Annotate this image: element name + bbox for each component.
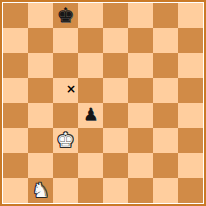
square-b1[interactable]: ♞ (28, 178, 53, 203)
square-b2[interactable] (28, 153, 53, 178)
square-g8[interactable] (153, 3, 178, 28)
square-g3[interactable] (153, 128, 178, 153)
square-g1[interactable] (153, 178, 178, 203)
square-h7[interactable] (178, 28, 203, 53)
square-d2[interactable] (78, 153, 103, 178)
square-g4[interactable] (153, 103, 178, 128)
square-e8[interactable] (103, 3, 128, 28)
chess-board: ♚♟♚♞ (2, 2, 204, 204)
white-king[interactable]: ♚ (57, 130, 75, 150)
square-c5[interactable] (53, 78, 78, 103)
square-e2[interactable] (103, 153, 128, 178)
square-e4[interactable] (103, 103, 128, 128)
square-c7[interactable] (53, 28, 78, 53)
square-f7[interactable] (128, 28, 153, 53)
square-d7[interactable] (78, 28, 103, 53)
square-a5[interactable] (3, 78, 28, 103)
square-a4[interactable] (3, 103, 28, 128)
square-b6[interactable] (28, 53, 53, 78)
square-f4[interactable] (128, 103, 153, 128)
square-d3[interactable] (78, 128, 103, 153)
square-e3[interactable] (103, 128, 128, 153)
square-h6[interactable] (178, 53, 203, 78)
square-f2[interactable] (128, 153, 153, 178)
square-a2[interactable] (3, 153, 28, 178)
square-a6[interactable] (3, 53, 28, 78)
square-a1[interactable] (3, 178, 28, 203)
square-c6[interactable] (53, 53, 78, 78)
black-pawn[interactable]: ♟ (83, 106, 98, 123)
square-h4[interactable] (178, 103, 203, 128)
square-f1[interactable] (128, 178, 153, 203)
square-c3[interactable]: ♚ (53, 128, 78, 153)
square-g7[interactable] (153, 28, 178, 53)
square-h3[interactable] (178, 128, 203, 153)
square-c1[interactable] (53, 178, 78, 203)
square-d1[interactable] (78, 178, 103, 203)
square-a7[interactable] (3, 28, 28, 53)
square-g6[interactable] (153, 53, 178, 78)
square-f5[interactable] (128, 78, 153, 103)
square-a8[interactable] (3, 3, 28, 28)
square-h8[interactable] (178, 3, 203, 28)
square-b4[interactable] (28, 103, 53, 128)
square-e5[interactable] (103, 78, 128, 103)
square-b3[interactable] (28, 128, 53, 153)
white-knight[interactable]: ♞ (32, 180, 50, 200)
square-f8[interactable] (128, 3, 153, 28)
square-f3[interactable] (128, 128, 153, 153)
square-a3[interactable] (3, 128, 28, 153)
square-c2[interactable] (53, 153, 78, 178)
square-e1[interactable] (103, 178, 128, 203)
square-b8[interactable] (28, 3, 53, 28)
square-g5[interactable] (153, 78, 178, 103)
square-e6[interactable] (103, 53, 128, 78)
square-b5[interactable] (28, 78, 53, 103)
square-h1[interactable] (178, 178, 203, 203)
square-h5[interactable] (178, 78, 203, 103)
square-c8[interactable]: ♚ (53, 3, 78, 28)
square-d8[interactable] (78, 3, 103, 28)
square-d5[interactable] (78, 78, 103, 103)
square-d4[interactable]: ♟ (78, 103, 103, 128)
square-f6[interactable] (128, 53, 153, 78)
square-b7[interactable] (28, 28, 53, 53)
square-g2[interactable] (153, 153, 178, 178)
square-e7[interactable] (103, 28, 128, 53)
chess-board-frame: ♚♟♚♞ × (0, 0, 206, 206)
square-c4[interactable] (53, 103, 78, 128)
square-d6[interactable] (78, 53, 103, 78)
black-king[interactable]: ♚ (57, 5, 75, 25)
square-h2[interactable] (178, 153, 203, 178)
